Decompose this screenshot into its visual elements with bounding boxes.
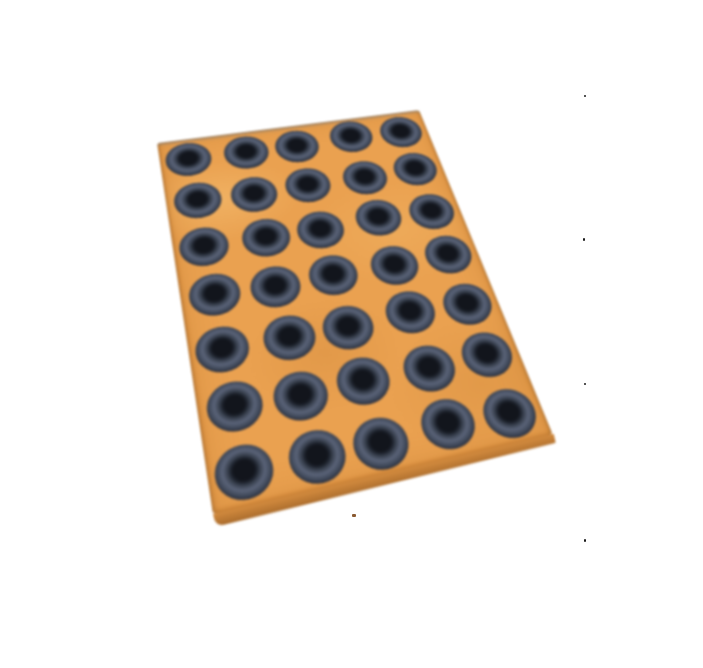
piece-ring[interactable]: [272, 128, 323, 165]
piece-ring[interactable]: [186, 270, 244, 320]
piece-ring[interactable]: [380, 288, 441, 338]
piece-ring[interactable]: [281, 166, 334, 206]
piece-ring[interactable]: [437, 280, 498, 329]
piece-ring[interactable]: [476, 385, 544, 444]
piece-ring[interactable]: [192, 322, 253, 377]
tray-scene: [0, 0, 703, 668]
piece-ring[interactable]: [177, 224, 233, 269]
dust-speck: [584, 95, 586, 97]
piece-ring[interactable]: [326, 119, 377, 154]
piece-ring[interactable]: [332, 353, 396, 410]
piece-ring[interactable]: [304, 252, 362, 299]
dust-speck: [584, 539, 586, 542]
piece-ring[interactable]: [172, 180, 225, 222]
piece-ring[interactable]: [389, 150, 443, 188]
piece-ring[interactable]: [293, 209, 349, 252]
dust-speck: [583, 238, 585, 241]
piece-ring[interactable]: [211, 439, 278, 506]
photo-canvas: [0, 0, 703, 668]
piece-ring[interactable]: [228, 174, 281, 215]
piece-ring[interactable]: [247, 263, 305, 311]
piece-ring[interactable]: [404, 191, 460, 232]
piece-ring[interactable]: [163, 141, 214, 179]
piece-ring[interactable]: [398, 341, 462, 396]
piece-ring[interactable]: [455, 328, 519, 381]
piece-ring[interactable]: [419, 233, 477, 277]
piece-ring[interactable]: [351, 197, 407, 239]
piece-ring[interactable]: [259, 312, 320, 365]
piece-ring[interactable]: [284, 425, 351, 490]
dust-speck: [584, 383, 586, 385]
piece-ring[interactable]: [415, 394, 482, 454]
piece-ring[interactable]: [221, 134, 272, 171]
piece-ring[interactable]: [366, 243, 424, 289]
dust-speck: [352, 514, 356, 517]
piece-ring[interactable]: [375, 115, 426, 150]
piece-ring[interactable]: [269, 367, 333, 426]
piece-ring[interactable]: [203, 377, 267, 437]
piece-ring[interactable]: [318, 302, 379, 354]
piece-ring[interactable]: [339, 159, 393, 198]
piece-ring[interactable]: [239, 216, 295, 260]
piece-ring[interactable]: [348, 413, 416, 476]
